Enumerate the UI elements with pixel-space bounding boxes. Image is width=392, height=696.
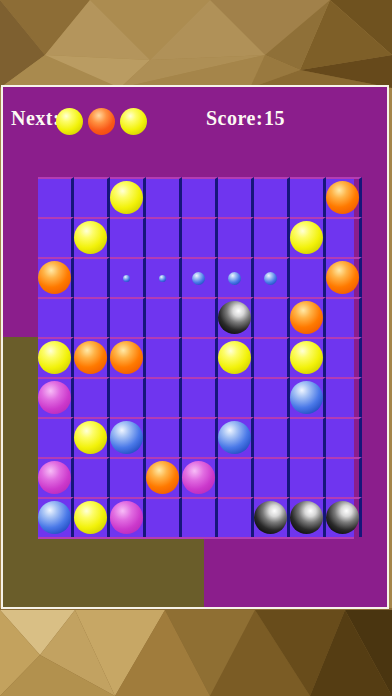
next-ball-red-orange: [88, 108, 115, 135]
board-cell[interactable]: [218, 257, 254, 297]
board-cell[interactable]: [182, 377, 218, 417]
board-cell[interactable]: [290, 417, 326, 457]
board-cell[interactable]: [146, 417, 182, 457]
board-cell[interactable]: [74, 417, 110, 457]
board-cell[interactable]: [110, 177, 146, 217]
board-cell[interactable]: [110, 297, 146, 337]
board-cell[interactable]: [74, 257, 110, 297]
ball-orange[interactable]: [290, 301, 323, 334]
ball-orange[interactable]: [146, 461, 179, 494]
board-cell[interactable]: [38, 337, 74, 377]
preview-dot-blue: [192, 272, 205, 285]
board-cell[interactable]: [74, 217, 110, 257]
board-cell[interactable]: [38, 457, 74, 497]
board-cell[interactable]: [218, 457, 254, 497]
header-bar: Next: Score: 15: [0, 0, 392, 180]
ball-yellow[interactable]: [74, 421, 107, 454]
board-cell[interactable]: [218, 337, 254, 377]
board-cell[interactable]: [110, 337, 146, 377]
board-cell[interactable]: [290, 177, 326, 217]
board-cell[interactable]: [254, 177, 290, 217]
board-cell[interactable]: [110, 377, 146, 417]
ball-yellow[interactable]: [218, 341, 251, 374]
ball-black[interactable]: [326, 501, 359, 534]
board-cell[interactable]: [254, 417, 290, 457]
board-cell[interactable]: [290, 257, 326, 297]
board-cell[interactable]: [110, 457, 146, 497]
board-cell[interactable]: [38, 177, 74, 217]
ball-yellow[interactable]: [38, 341, 71, 374]
preview-dot-blue: [159, 275, 166, 282]
board-cell[interactable]: [182, 497, 218, 537]
ball-yellow[interactable]: [110, 181, 143, 214]
ball-yellow[interactable]: [290, 221, 323, 254]
board-cell[interactable]: [326, 297, 362, 337]
board-cell[interactable]: [146, 177, 182, 217]
board-cell[interactable]: [326, 217, 362, 257]
board-cell[interactable]: [254, 257, 290, 297]
board-cell[interactable]: [74, 497, 110, 537]
board-cell[interactable]: [290, 457, 326, 497]
ball-magenta[interactable]: [110, 501, 143, 534]
ball-blue[interactable]: [110, 421, 143, 454]
ball-magenta[interactable]: [38, 381, 71, 414]
board-cell[interactable]: [110, 417, 146, 457]
score-value: 15: [264, 107, 285, 130]
board-cell[interactable]: [146, 217, 182, 257]
ball-blue[interactable]: [218, 421, 251, 454]
board-cell[interactable]: [326, 257, 362, 297]
board-cell[interactable]: [218, 377, 254, 417]
ball-black[interactable]: [218, 301, 251, 334]
board-cell[interactable]: [38, 297, 74, 337]
ball-yellow[interactable]: [74, 221, 107, 254]
board-cell[interactable]: [254, 217, 290, 257]
board-cell[interactable]: [146, 377, 182, 417]
board-cell[interactable]: [218, 297, 254, 337]
board-cell[interactable]: [218, 217, 254, 257]
next-label: Next:: [11, 107, 60, 130]
board-cell[interactable]: [326, 417, 362, 457]
preview-dot-blue: [264, 272, 277, 285]
ball-orange[interactable]: [110, 341, 143, 374]
board-cell[interactable]: [326, 497, 362, 537]
board-cell[interactable]: [326, 177, 362, 217]
board-cell[interactable]: [254, 457, 290, 497]
board-cell[interactable]: [182, 257, 218, 297]
next-ball-yellow: [120, 108, 147, 135]
board-cell[interactable]: [182, 297, 218, 337]
ball-orange[interactable]: [74, 341, 107, 374]
board-cell[interactable]: [182, 417, 218, 457]
board-cell[interactable]: [254, 297, 290, 337]
board-cell[interactable]: [218, 497, 254, 537]
board-cell[interactable]: [74, 377, 110, 417]
board-cell[interactable]: [146, 257, 182, 297]
board-cell[interactable]: [254, 337, 290, 377]
board-cell[interactable]: [218, 417, 254, 457]
ball-magenta[interactable]: [182, 461, 215, 494]
ball-yellow[interactable]: [290, 341, 323, 374]
board-cell[interactable]: [290, 337, 326, 377]
board-cell[interactable]: [74, 177, 110, 217]
board-cell[interactable]: [146, 337, 182, 377]
board-cell[interactable]: [38, 417, 74, 457]
board: [38, 177, 354, 539]
board-cell[interactable]: [110, 497, 146, 537]
board-cell[interactable]: [254, 377, 290, 417]
ball-blue[interactable]: [38, 501, 71, 534]
board-cell[interactable]: [326, 377, 362, 417]
preview-dot-blue: [123, 275, 130, 282]
ball-orange[interactable]: [326, 261, 359, 294]
board-cell[interactable]: [290, 217, 326, 257]
board-cell[interactable]: [74, 457, 110, 497]
board-cell[interactable]: [38, 377, 74, 417]
board-cell[interactable]: [326, 457, 362, 497]
ball-black[interactable]: [290, 501, 323, 534]
board-cell[interactable]: [74, 297, 110, 337]
next-ball-yellow: [56, 108, 83, 135]
board-cell[interactable]: [218, 177, 254, 217]
board-cell[interactable]: [146, 497, 182, 537]
app-screen: Next: Score: 15: [0, 0, 392, 696]
score-label: Score:: [206, 107, 263, 130]
board-cell[interactable]: [326, 337, 362, 377]
board-cell[interactable]: [290, 377, 326, 417]
ball-yellow[interactable]: [74, 501, 107, 534]
board-cell[interactable]: [254, 497, 290, 537]
ball-blue[interactable]: [290, 381, 323, 414]
board-cell[interactable]: [110, 217, 146, 257]
ball-orange[interactable]: [326, 181, 359, 214]
board-cell[interactable]: [146, 297, 182, 337]
board-cell[interactable]: [38, 497, 74, 537]
board-cell[interactable]: [38, 257, 74, 297]
board-cell[interactable]: [182, 337, 218, 377]
preview-dot-blue: [228, 272, 241, 285]
board-cell[interactable]: [74, 337, 110, 377]
board-cell[interactable]: [110, 257, 146, 297]
board-cell[interactable]: [146, 457, 182, 497]
ball-magenta[interactable]: [38, 461, 71, 494]
board-cell[interactable]: [290, 297, 326, 337]
board-cell[interactable]: [38, 217, 74, 257]
ball-black[interactable]: [254, 501, 287, 534]
ball-orange[interactable]: [38, 261, 71, 294]
board-cell[interactable]: [182, 457, 218, 497]
board-cell[interactable]: [182, 177, 218, 217]
board-cell[interactable]: [290, 497, 326, 537]
board-cell[interactable]: [182, 217, 218, 257]
